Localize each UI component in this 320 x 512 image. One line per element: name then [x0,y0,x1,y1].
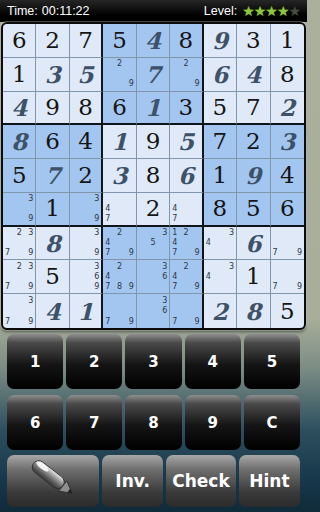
candidate-digit [215,248,224,258]
cell-r1c8[interactable]: 3 [237,24,270,58]
cell-r8c4[interactable]: 24789 [103,260,136,294]
candidate-grid: 79 [170,294,201,328]
cell-r9c1[interactable]: 379 [3,294,36,328]
candidate-digit: 3 [158,261,167,271]
star-filled-icon: ★ [277,4,289,18]
candidate-grid: 39 [70,193,101,225]
user-digit: 4 [45,300,61,323]
candidate-digit [72,261,81,271]
candidate-digit: 2 [14,228,23,238]
candidate-digit [139,282,148,292]
candidate-digit [282,228,292,238]
user-digit: 4 [245,63,261,86]
candidate-digit [24,306,33,317]
user-digit: 5 [178,130,194,153]
candidate-digit [24,204,33,214]
candidate-digit [115,238,124,248]
candidate-digit: 9 [191,316,200,327]
cell-r8c2[interactable]: 5 [36,260,69,294]
candidate-digit [105,295,114,306]
cell-r7c3[interactable]: 39 [70,227,103,261]
candidate-digit: 9 [292,282,302,292]
status-bar: Time: 00:11:22 Level: ★★★★★ [0,0,307,22]
candidate-digit [14,295,23,306]
candidate-digit: 7 [273,282,283,292]
cell-r2c2[interactable]: 3 [36,58,69,92]
candidate-digit [148,295,157,306]
candidate-digit [14,194,23,204]
candidate-digit: 9 [124,282,133,292]
candidate-digit: 2 [181,261,190,271]
candidate-digit: 7 [172,316,181,327]
candidate-grid: 29 [170,58,201,91]
candidate-digit: 3 [90,261,99,271]
candidate-grid: 36 [137,294,169,328]
key-2[interactable]: 2 [66,334,122,389]
user-digit: 6 [212,63,228,86]
cell-r2c4[interactable]: 29 [103,58,136,92]
cell-r5c3[interactable]: 2 [70,159,103,193]
candidate-digit: 3 [158,228,167,238]
candidate-digit [5,272,14,282]
cell-r2c6[interactable]: 29 [170,58,203,92]
cell-r6c5[interactable]: 2 [137,193,170,227]
candidate-digit [191,214,200,224]
candidate-digit [124,194,133,204]
cell-r7c6[interactable]: 12479 [170,227,203,261]
cell-r1c4[interactable]: 5 [103,24,136,58]
cell-r5c9[interactable]: 4 [271,159,304,193]
cell-r5c4[interactable]: 3 [103,159,136,193]
candidate-digit [292,238,302,248]
given-digit: 7 [78,29,93,52]
candidate-digit [72,282,81,292]
candidate-digit [139,316,148,327]
candidate-digit [81,228,90,238]
candidate-digit: 3 [24,228,33,238]
cell-r6c8[interactable]: 5 [237,193,270,227]
cell-r8c8[interactable]: 1 [237,260,270,294]
cell-r6c9[interactable]: 6 [271,193,304,227]
candidate-digit: 7 [5,282,14,292]
candidate-digit [105,228,114,238]
given-digit: 1 [213,164,228,187]
cell-r9c6[interactable]: 79 [170,294,203,328]
candidate-digit [115,306,124,317]
candidate-digit [115,204,124,214]
candidate-digit: 2 [181,59,190,69]
cell-r4c7[interactable]: 7 [204,125,237,159]
cell-r4c3[interactable]: 4 [70,125,103,159]
candidate-digit: 4 [105,238,114,248]
candidate-digit [292,228,302,238]
cell-r5c8[interactable]: 9 [237,159,270,193]
candidate-digit: 7 [105,248,114,258]
candidate-digit: 2 [181,228,190,238]
cell-r6c1[interactable]: 39 [3,193,36,227]
candidate-digit: 7 [105,316,114,327]
cell-r5c1[interactable]: 5 [3,159,36,193]
candidate-digit [148,248,157,258]
star-filled-icon: ★ [265,4,277,18]
candidate-grid: 47 [170,193,201,225]
candidate-digit [225,282,234,292]
cell-r2c1[interactable]: 1 [3,58,36,92]
cell-r2c9[interactable]: 8 [271,58,304,92]
candidate-digit [148,306,157,317]
candidate-digit [72,272,81,282]
cell-r8c6[interactable]: 2479 [170,260,203,294]
candidate-digit: 1 [172,228,181,238]
user-digit: 8 [11,130,27,153]
pen-mode-button[interactable] [7,455,99,507]
candidate-grid: 34 [204,227,236,260]
cell-r3c5[interactable]: 1 [137,92,170,126]
key-7[interactable]: 7 [66,395,122,450]
hint-button[interactable]: Hint [239,455,300,507]
candidate-digit [105,69,114,79]
cell-r3c9[interactable]: 2 [271,92,304,126]
cell-r7c2[interactable]: 8 [36,227,69,261]
user-digit: 9 [212,29,228,52]
candidate-digit [124,228,133,238]
candidate-digit [191,204,200,214]
candidate-digit [14,214,23,224]
cell-r7c4[interactable]: 2479 [103,227,136,261]
candidate-digit [206,261,215,271]
cell-r2c8[interactable]: 4 [237,58,270,92]
candidate-digit [14,248,23,258]
user-digit: 6 [245,232,261,255]
candidate-digit: 3 [24,194,33,204]
candidate-digit [14,272,23,282]
cell-r3c3[interactable]: 8 [70,92,103,126]
check-button[interactable]: Check [166,455,236,507]
candidate-digit: 4 [172,204,181,214]
cell-r7c8[interactable]: 6 [237,227,270,261]
cell-r4c2[interactable]: 6 [36,125,69,159]
given-digit: 1 [280,29,295,52]
cell-r6c7[interactable]: 8 [204,193,237,227]
candidate-digit: 9 [124,248,133,258]
cell-r9c7[interactable]: 2 [204,294,237,328]
key-6[interactable]: 6 [7,395,63,450]
cell-r9c5[interactable]: 36 [137,294,170,328]
candidate-digit: 4 [172,238,181,248]
given-digit: 7 [246,96,261,119]
candidate-digit [81,238,90,248]
candidate-digit [181,69,190,79]
candidate-digit [81,248,90,258]
keypad-row-1: 1 2 3 4 5 [7,334,300,389]
cell-r5c2[interactable]: 7 [36,159,69,193]
candidate-digit [81,261,90,271]
cell-r2c7[interactable]: 6 [204,58,237,92]
pen-icon [21,456,85,506]
candidate-grid: 2379 [3,227,35,260]
cell-r4c1[interactable]: 8 [3,125,36,159]
cell-r3c2[interactable]: 9 [36,92,69,126]
candidate-digit [139,295,148,306]
candidate-digit [115,316,124,327]
candidate-grid: 369 [70,260,101,293]
cell-r1c2[interactable]: 2 [36,24,69,58]
given-digit: 1 [45,197,60,220]
candidate-digit: 9 [90,248,99,258]
user-digit: 3 [279,130,295,153]
cell-r7c9[interactable]: 79 [271,227,304,261]
given-digit: 6 [12,29,27,52]
candidate-digit [181,79,190,89]
candidate-digit: 7 [5,316,14,327]
key-9[interactable]: 9 [185,395,241,450]
cell-r6c4[interactable]: 47 [103,193,136,227]
candidate-digit: 5 [148,238,157,248]
candidate-digit [124,214,133,224]
cell-r4c9[interactable]: 3 [271,125,304,159]
user-digit: 9 [245,164,261,187]
candidate-digit [81,272,90,282]
invert-button[interactable]: Inv. [102,455,163,507]
cell-r2c3[interactable]: 5 [70,58,103,92]
cell-r1c3[interactable]: 7 [70,24,103,58]
candidate-digit [115,79,124,89]
given-digit: 1 [246,265,261,288]
candidate-digit [124,306,133,317]
user-digit: 4 [145,29,161,52]
candidate-digit [105,306,114,317]
given-digit: 6 [112,96,127,119]
candidate-digit [191,261,200,271]
candidate-digit [172,194,181,204]
given-digit: 5 [246,197,261,220]
sudoku-board: 6275489311352972964849861357286419572357… [1,22,306,330]
cell-r1c1[interactable]: 6 [3,24,36,58]
cell-r6c3[interactable]: 39 [70,193,103,227]
cell-r9c2[interactable]: 4 [36,294,69,328]
candidate-digit [181,306,190,317]
candidate-digit: 9 [24,316,33,327]
candidate-grid: 79 [271,260,304,293]
candidate-digit [5,204,14,214]
cell-r9c4[interactable]: 79 [103,294,136,328]
given-digit: 5 [213,96,228,119]
candidate-digit [139,228,148,238]
cell-r8c1[interactable]: 2379 [3,260,36,294]
candidate-digit: 7 [5,248,14,258]
cell-r5c6[interactable]: 6 [170,159,203,193]
candidate-digit [24,272,33,282]
candidate-digit [282,261,292,271]
candidate-digit [225,248,234,258]
cell-r6c2[interactable]: 1 [36,193,69,227]
cell-r1c5[interactable]: 4 [137,24,170,58]
candidate-digit: 9 [191,248,200,258]
user-digit: 5 [78,63,94,86]
candidate-digit [158,282,167,292]
candidate-digit [139,261,148,271]
cell-r1c9[interactable]: 1 [271,24,304,58]
candidate-digit [148,261,157,271]
candidate-grid: 47 [103,193,135,225]
candidate-digit [139,238,148,248]
candidate-digit: 4 [105,272,114,282]
candidate-digit [148,228,157,238]
cell-r8c5[interactable]: 36 [137,260,170,294]
cell-r7c7[interactable]: 34 [204,227,237,261]
candidate-digit: 7 [105,282,114,292]
cell-r1c6[interactable]: 8 [170,24,203,58]
candidate-digit [5,261,14,271]
candidate-digit [105,194,114,204]
candidate-digit: 3 [90,228,99,238]
candidate-digit [282,282,292,292]
star-filled-icon: ★ [254,4,266,18]
candidate-digit: 7 [172,282,181,292]
candidate-digit [292,272,302,282]
candidate-digit: 3 [158,295,167,306]
cell-r9c8[interactable]: 8 [237,294,270,328]
key-3[interactable]: 3 [125,334,181,389]
candidate-digit [158,238,167,248]
candidate-grid: 39 [3,193,35,225]
keypad-row-2: 6 7 8 9 C [7,395,300,450]
candidate-digit: 7 [172,248,181,258]
candidate-digit: 9 [191,79,200,89]
candidate-digit [292,261,302,271]
cell-r3c6[interactable]: 3 [170,92,203,126]
candidate-digit: 2 [115,59,124,69]
candidate-digit [181,194,190,204]
candidate-digit [115,248,124,258]
candidate-digit [115,295,124,306]
candidate-digit: 9 [90,282,99,292]
cell-r3c1[interactable]: 4 [3,92,36,126]
candidate-grid: 79 [103,294,135,328]
candidate-digit [191,295,200,306]
key-4[interactable]: 4 [185,334,241,389]
candidate-digit [181,295,190,306]
candidate-digit [72,238,81,248]
candidate-digit: 9 [124,316,133,327]
cell-r3c4[interactable]: 6 [103,92,136,126]
candidate-digit: 9 [24,248,33,258]
candidate-digit: 7 [172,214,181,224]
candidate-digit [14,306,23,317]
candidate-digit: 6 [90,272,99,282]
given-digit: 4 [78,130,93,153]
candidate-digit [282,238,292,248]
cell-r2c5[interactable]: 7 [137,58,170,92]
key-clear[interactable]: C [244,395,300,450]
given-digit: 5 [12,164,27,187]
candidate-digit [124,238,133,248]
star-filled-icon: ★ [242,4,254,18]
cell-r4c5[interactable]: 9 [137,125,170,159]
candidate-digit [90,204,99,214]
given-digit: 2 [78,164,93,187]
candidate-digit: 2 [14,261,23,271]
cell-r8c3[interactable]: 369 [70,260,103,294]
cell-r5c7[interactable]: 1 [204,159,237,193]
candidate-digit [124,59,133,69]
candidate-digit [72,214,81,224]
candidate-digit [158,316,167,327]
cell-r7c5[interactable]: 35 [137,227,170,261]
cell-r4c4[interactable]: 1 [103,125,136,159]
candidate-digit [215,282,224,292]
candidate-digit [115,194,124,204]
cell-r9c3[interactable]: 1 [70,294,103,328]
user-digit: 3 [45,63,61,86]
cell-r4c6[interactable]: 5 [170,125,203,159]
cell-r8c9[interactable]: 79 [271,260,304,294]
candidate-digit [191,272,200,282]
candidate-digit [225,238,234,248]
candidate-digit [81,194,90,204]
given-digit: 2 [246,130,261,153]
key-8[interactable]: 8 [125,395,181,450]
candidate-digit [72,204,81,214]
given-digit: 6 [280,197,295,220]
candidate-grid: 79 [271,227,304,260]
candidate-digit: 7 [105,214,114,224]
cell-r8c7[interactable]: 34 [204,260,237,294]
candidate-digit [215,272,224,282]
cell-r3c7[interactable]: 5 [204,92,237,126]
candidate-digit [181,282,190,292]
cell-r6c6[interactable]: 47 [170,193,203,227]
given-digit: 8 [213,197,228,220]
candidate-digit [225,272,234,282]
candidate-digit [105,79,114,89]
cell-r7c1[interactable]: 2379 [3,227,36,261]
cell-r5c5[interactable]: 8 [137,159,170,193]
candidate-digit: 6 [158,272,167,282]
candidate-digit: 6 [158,306,167,317]
candidate-grid: 2379 [3,260,35,293]
given-digit: 7 [213,130,228,153]
candidate-digit [148,282,157,292]
candidate-grid: 39 [70,227,101,260]
time-value: 00:11:22 [42,4,90,18]
candidate-grid: 379 [3,294,35,328]
level-stars: ★★★★★ [242,4,300,18]
given-digit: 6 [45,130,60,153]
cell-r1c7[interactable]: 9 [204,24,237,58]
candidate-digit: 8 [115,282,124,292]
candidate-digit: 9 [124,79,133,89]
candidate-digit: 3 [90,194,99,204]
cell-r3c8[interactable]: 7 [237,92,270,126]
given-digit: 5 [280,300,295,323]
time-group: Time: 00:11:22 [7,4,90,18]
key-1[interactable]: 1 [7,334,63,389]
candidate-digit [139,248,148,258]
candidate-digit [105,261,114,271]
given-digit: 5 [112,29,127,52]
candidate-digit [181,248,190,258]
given-digit: 5 [45,265,60,288]
cell-r4c8[interactable]: 2 [237,125,270,159]
given-digit: 1 [12,63,27,86]
cell-r9c9[interactable]: 5 [271,294,304,328]
key-5[interactable]: 5 [244,334,300,389]
candidate-digit: 2 [115,228,124,238]
candidate-digit [5,214,14,224]
candidate-digit [282,272,292,282]
candidate-grid: 36 [137,260,169,293]
